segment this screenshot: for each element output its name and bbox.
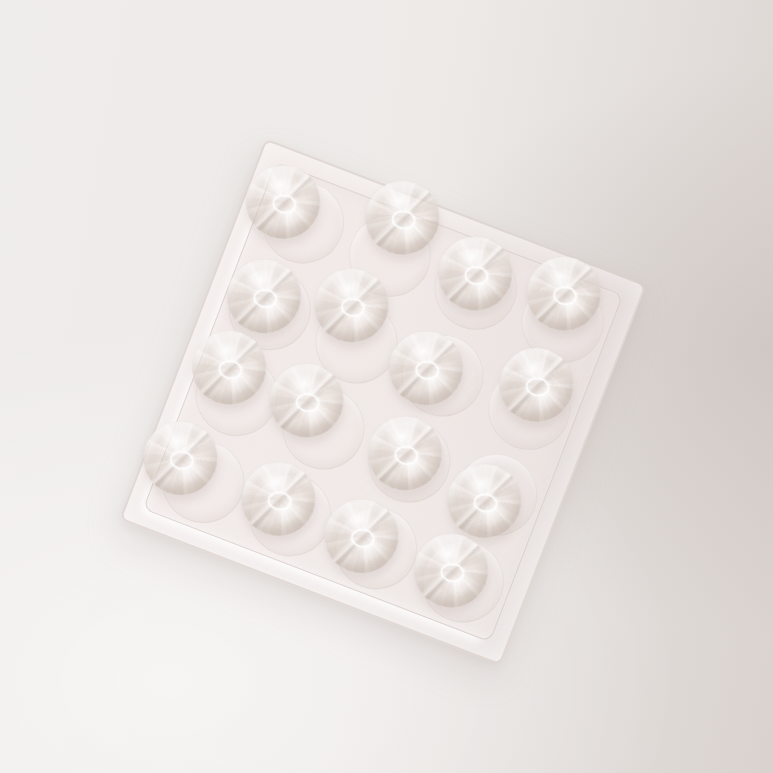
board-grid bbox=[144, 163, 622, 641]
marble-bead[interactable] bbox=[235, 154, 331, 250]
tray-inner-platform bbox=[143, 162, 624, 643]
tray bbox=[119, 138, 646, 665]
marble-bead[interactable] bbox=[354, 170, 450, 266]
photo-backdrop bbox=[0, 0, 773, 773]
